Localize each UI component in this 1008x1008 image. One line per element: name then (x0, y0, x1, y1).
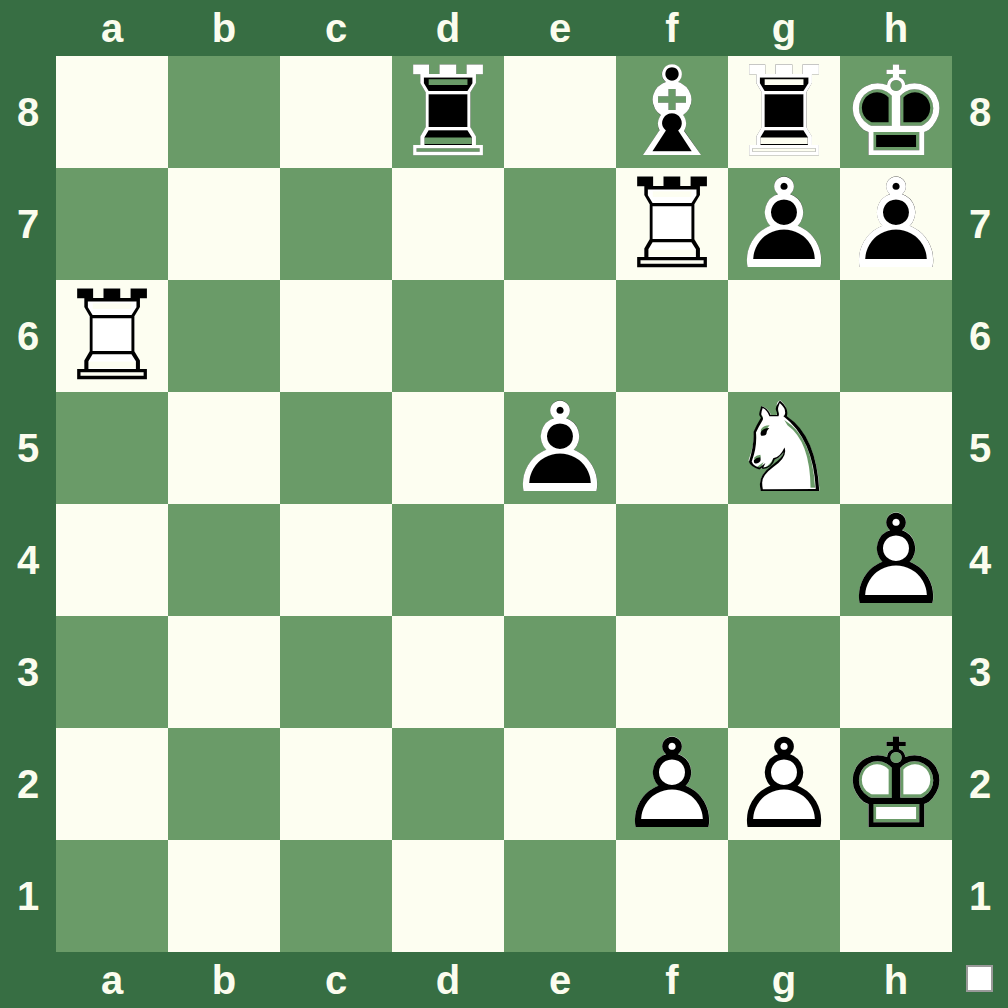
white-knight-outline-glyph: ♘ (728, 392, 840, 504)
square-g5[interactable]: ♞♘ (728, 392, 840, 504)
square-f6[interactable] (616, 280, 728, 392)
square-a1[interactable] (56, 840, 168, 952)
chess-board: ♜♖♝♗♜♖♚♔♜♖♟♙♟♙♜♖♟♙♞♘♟♙♟♙♟♙♚♔ (56, 56, 952, 952)
rank-label-left-8: 8 (0, 56, 56, 168)
square-a5[interactable] (56, 392, 168, 504)
square-b2[interactable] (168, 728, 280, 840)
file-label-top-e: e (504, 0, 616, 56)
square-a3[interactable] (56, 616, 168, 728)
white-pawn-outline-glyph: ♙ (616, 728, 728, 840)
black-pawn-outline-glyph: ♙ (504, 392, 616, 504)
white-knight: ♞♘ (728, 392, 840, 504)
white-pawn: ♟♙ (840, 504, 952, 616)
white-king: ♚♔ (840, 728, 952, 840)
black-rook-outline-glyph: ♖ (392, 56, 504, 168)
square-a2[interactable] (56, 728, 168, 840)
square-c5[interactable] (280, 392, 392, 504)
rank-label-left-4: 4 (0, 504, 56, 616)
square-h7[interactable]: ♟♙ (840, 168, 952, 280)
square-e7[interactable] (504, 168, 616, 280)
square-a4[interactable] (56, 504, 168, 616)
square-d7[interactable] (392, 168, 504, 280)
rank-label-right-1: 1 (952, 840, 1008, 952)
square-c2[interactable] (280, 728, 392, 840)
white-rook-outline-glyph: ♖ (616, 168, 728, 280)
square-c3[interactable] (280, 616, 392, 728)
square-g1[interactable] (728, 840, 840, 952)
square-h6[interactable] (840, 280, 952, 392)
rank-label-right-2: 2 (952, 728, 1008, 840)
square-c4[interactable] (280, 504, 392, 616)
square-g4[interactable] (728, 504, 840, 616)
square-h4[interactable]: ♟♙ (840, 504, 952, 616)
white-to-move-indicator (966, 965, 993, 992)
square-b7[interactable] (168, 168, 280, 280)
file-label-bottom-b: b (168, 952, 280, 1008)
square-d6[interactable] (392, 280, 504, 392)
file-label-top-c: c (280, 0, 392, 56)
file-label-top-b: b (168, 0, 280, 56)
white-rook: ♜♖ (56, 280, 168, 392)
rank-label-right-6: 6 (952, 280, 1008, 392)
black-pawn: ♟♙ (728, 168, 840, 280)
white-pawn: ♟♙ (616, 728, 728, 840)
square-f5[interactable] (616, 392, 728, 504)
rank-label-right-3: 3 (952, 616, 1008, 728)
black-pawn-outline-glyph: ♙ (728, 168, 840, 280)
square-e1[interactable] (504, 840, 616, 952)
rank-label-left-5: 5 (0, 392, 56, 504)
file-label-bottom-d: d (392, 952, 504, 1008)
chess-board-frame: abcdefgh abcdefgh 87654321 87654321 ♜♖♝♗… (0, 0, 1008, 1008)
square-f7[interactable]: ♜♖ (616, 168, 728, 280)
square-f2[interactable]: ♟♙ (616, 728, 728, 840)
square-b4[interactable] (168, 504, 280, 616)
rank-label-left-3: 3 (0, 616, 56, 728)
file-label-bottom-h: h (840, 952, 952, 1008)
white-pawn-outline-glyph: ♙ (840, 504, 952, 616)
square-e3[interactable] (504, 616, 616, 728)
square-c1[interactable] (280, 840, 392, 952)
black-pawn: ♟♙ (504, 392, 616, 504)
file-labels-bottom: abcdefgh (56, 952, 952, 1008)
white-rook: ♜♖ (616, 168, 728, 280)
square-c8[interactable] (280, 56, 392, 168)
file-label-bottom-g: g (728, 952, 840, 1008)
white-pawn: ♟♙ (728, 728, 840, 840)
rank-label-left-7: 7 (0, 168, 56, 280)
square-b1[interactable] (168, 840, 280, 952)
square-g7[interactable]: ♟♙ (728, 168, 840, 280)
square-e2[interactable] (504, 728, 616, 840)
square-f4[interactable] (616, 504, 728, 616)
square-b3[interactable] (168, 616, 280, 728)
square-d3[interactable] (392, 616, 504, 728)
black-rook: ♜♖ (392, 56, 504, 168)
square-b8[interactable] (168, 56, 280, 168)
square-h2[interactable]: ♚♔ (840, 728, 952, 840)
square-d4[interactable] (392, 504, 504, 616)
white-king-outline-glyph: ♔ (840, 728, 952, 840)
square-h1[interactable] (840, 840, 952, 952)
square-c7[interactable] (280, 168, 392, 280)
rank-label-left-6: 6 (0, 280, 56, 392)
rank-label-left-1: 1 (0, 840, 56, 952)
square-a8[interactable] (56, 56, 168, 168)
square-e8[interactable] (504, 56, 616, 168)
file-label-bottom-f: f (616, 952, 728, 1008)
black-pawn-outline-glyph: ♙ (840, 168, 952, 280)
square-e4[interactable] (504, 504, 616, 616)
file-label-bottom-a: a (56, 952, 168, 1008)
square-f1[interactable] (616, 840, 728, 952)
square-d1[interactable] (392, 840, 504, 952)
rank-label-left-2: 2 (0, 728, 56, 840)
black-pawn: ♟♙ (840, 168, 952, 280)
square-d5[interactable] (392, 392, 504, 504)
white-pawn-outline-glyph: ♙ (728, 728, 840, 840)
file-label-bottom-c: c (280, 952, 392, 1008)
rank-label-right-8: 8 (952, 56, 1008, 168)
square-e5[interactable]: ♟♙ (504, 392, 616, 504)
square-d8[interactable]: ♜♖ (392, 56, 504, 168)
rank-label-right-5: 5 (952, 392, 1008, 504)
square-b6[interactable] (168, 280, 280, 392)
rank-labels-right: 87654321 (952, 56, 1008, 952)
square-a6[interactable]: ♜♖ (56, 280, 168, 392)
file-label-bottom-e: e (504, 952, 616, 1008)
file-label-top-a: a (56, 0, 168, 56)
square-g2[interactable]: ♟♙ (728, 728, 840, 840)
rank-label-right-4: 4 (952, 504, 1008, 616)
white-rook-outline-glyph: ♖ (56, 280, 168, 392)
rank-labels-left: 87654321 (0, 56, 56, 952)
square-d2[interactable] (392, 728, 504, 840)
rank-label-right-7: 7 (952, 168, 1008, 280)
square-c6[interactable] (280, 280, 392, 392)
square-b5[interactable] (168, 392, 280, 504)
